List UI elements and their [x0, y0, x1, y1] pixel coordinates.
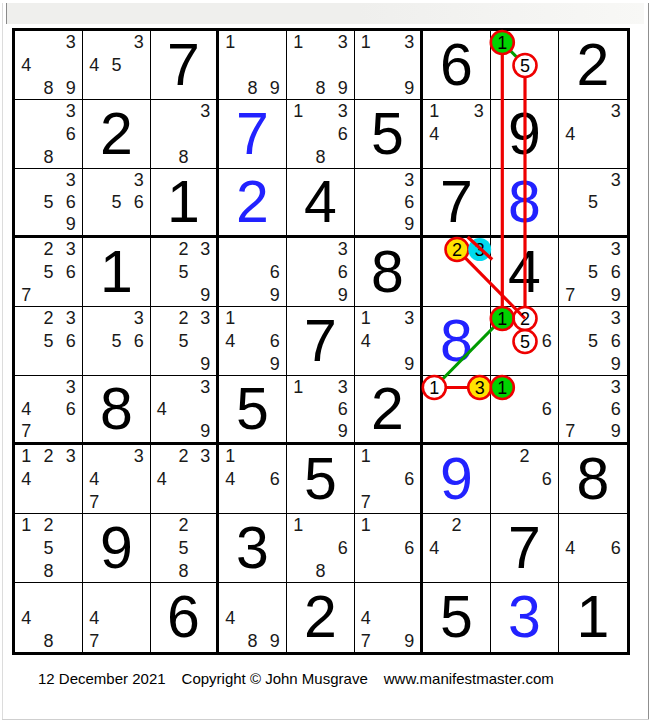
pencilmark: 6 [60, 398, 82, 420]
pencilmark: 8 [37, 559, 59, 582]
cell-r3c3[interactable]: 1 [151, 169, 219, 238]
cell-r1c3[interactable]: 7 [151, 31, 219, 100]
cell-r7c8[interactable]: 26 [491, 445, 559, 514]
pencilmark: 1 [287, 376, 309, 398]
cell-r1c9[interactable]: 2 [559, 31, 627, 100]
pencilmarks: 3679 [559, 376, 627, 442]
pencilmark: 5 [37, 330, 59, 353]
cell-r5c1[interactable]: 2356 [15, 307, 83, 376]
solved-digit: 2 [83, 100, 150, 168]
cell-r7c3[interactable]: 234 [151, 445, 219, 514]
pencilmark: 6 [60, 191, 82, 213]
pencilmark: 5 [105, 330, 127, 353]
pencilmarks: 3569 [15, 169, 82, 235]
pencilmark: 6 [60, 261, 82, 284]
pencilmarks: 489 [219, 583, 286, 652]
cell-r6c1[interactable]: 3467 [15, 376, 83, 445]
pencilmark: 3 [604, 169, 627, 191]
window-edge-left [2, 3, 3, 720]
pencilmark: 9 [60, 76, 82, 99]
pencilmarks: 139 [355, 31, 420, 99]
pencilmark: 3 [332, 376, 354, 398]
cell-r9c9[interactable]: 1 [559, 583, 627, 652]
pencilmark: 6 [604, 398, 627, 420]
pencilmark: 9 [60, 213, 82, 235]
solved-digit: 1 [151, 169, 216, 235]
pencilmark: 3 [398, 169, 420, 191]
pencilmarks: 2356 [15, 307, 82, 375]
cell-r1c4[interactable]: 189 [219, 31, 287, 100]
footer-site: www.manifestmaster.com [384, 670, 554, 687]
pencilmarks: 15 [491, 31, 558, 99]
solved-digit: 2 [287, 583, 354, 652]
pencilmarks: 69 [219, 238, 286, 306]
pencilmark: 2 [445, 514, 467, 537]
pencilmark: 1 [219, 445, 241, 468]
pencilmark: 2 [37, 445, 59, 468]
pencilmark: 7 [559, 420, 582, 442]
cell-r4c5[interactable]: 369 [287, 238, 355, 307]
pencilmarks: 168 [287, 514, 354, 582]
pencilmark: 9 [264, 629, 286, 652]
pencilmark: 9 [194, 283, 216, 306]
pencilmarks: 1234 [15, 445, 82, 513]
cell-r6c6[interactable]: 2 [355, 376, 423, 445]
solved-digit: 8 [491, 169, 558, 235]
cell-r8c6[interactable]: 16 [355, 514, 423, 583]
cell-r5c4[interactable]: 1469 [219, 307, 287, 376]
cell-r4c6[interactable]: 8 [355, 238, 423, 307]
pencilmarks: 35679 [559, 238, 627, 306]
cell-r4c4[interactable]: 69 [219, 238, 287, 307]
pencilmarks: 356 [83, 169, 150, 235]
solved-digit: 2 [219, 169, 286, 235]
pencilmarks: 46 [559, 514, 627, 582]
pencilmark: 3 [194, 445, 216, 468]
cell-r4c2[interactable]: 1 [83, 238, 151, 307]
pencilmark: 9 [604, 352, 627, 375]
pencilmark: 4 [355, 606, 377, 629]
pencilmark: 7 [355, 629, 377, 652]
window-edge-right [648, 3, 649, 720]
pencilmarks: 1368 [287, 100, 354, 168]
solved-digit: 7 [287, 307, 354, 375]
footer: 12 December 2021 Copyright © John Musgra… [38, 670, 554, 687]
cell-r7c6[interactable]: 167 [355, 445, 423, 514]
solved-digit: 7 [491, 514, 558, 582]
pencilmark: 3 [398, 307, 420, 330]
pencilmark: 3 [60, 307, 82, 330]
solved-digit: 4 [491, 238, 558, 306]
cell-r2c1[interactable]: 368 [15, 100, 83, 169]
pencilmark: 6 [128, 330, 150, 353]
cell-r9c6[interactable]: 479 [355, 583, 423, 652]
solved-digit: 1 [83, 238, 150, 306]
pencilmark: 5 [105, 54, 127, 77]
solved-digit: 9 [83, 514, 150, 582]
cell-r3c4[interactable]: 2 [219, 169, 287, 238]
cell-r8c4[interactable]: 3 [219, 514, 287, 583]
solved-digit: 5 [355, 100, 420, 168]
cell-r6c3[interactable]: 349 [151, 376, 219, 445]
pencilmark: 4 [15, 398, 37, 420]
pencilmark: 7 [83, 629, 105, 652]
pencilmarks: 167 [355, 445, 420, 513]
footer-copyright: Copyright © John Musgrave [182, 670, 368, 687]
pencilmark: 8 [173, 145, 195, 168]
cell-r2c7[interactable]: 134 [423, 100, 491, 169]
cell-r2c4[interactable]: 7 [219, 100, 287, 169]
cell-r1c7[interactable]: 6 [423, 31, 491, 100]
cell-r2c3[interactable]: 38 [151, 100, 219, 169]
pencilmark: 3 [128, 169, 150, 191]
cell-r1c8[interactable]: 15 [491, 31, 559, 100]
pencilmark: 5 [582, 330, 605, 353]
pencilmark: 2 [173, 307, 195, 330]
pencilmark: 3 [128, 307, 150, 330]
pencilmark: 4 [559, 537, 582, 560]
cell-r5c6[interactable]: 1349 [355, 307, 423, 376]
solved-digit: 4 [287, 169, 354, 235]
pencilmark: 2 [173, 238, 195, 261]
pencilmark: 9 [194, 420, 216, 442]
pencilmark: 4 [15, 606, 37, 629]
pencilmark: 9 [194, 352, 216, 375]
pencilmark: 3 [468, 100, 490, 123]
cell-r2c9[interactable]: 34 [559, 100, 627, 169]
pencilmark: 1 [355, 307, 377, 330]
pencilmark: 9 [332, 420, 354, 442]
cell-r4c7[interactable]: 23 [423, 238, 491, 307]
solved-digit: 1 [559, 583, 627, 652]
pencilmark: 3 [60, 445, 82, 468]
pencilmarks: 347 [83, 445, 150, 513]
pencilmarks: 146 [219, 445, 286, 513]
pencilmark: 4 [559, 123, 582, 146]
pencilmark: 9 [398, 352, 420, 375]
pencilmark: 3 [604, 238, 627, 261]
pencilmarks: 23567 [15, 238, 82, 306]
cell-r3c1[interactable]: 3569 [15, 169, 83, 238]
pencilmark: 1 [423, 100, 445, 123]
pencilmark: 6 [604, 261, 627, 284]
cell-r8c8[interactable]: 7 [491, 514, 559, 583]
pencilmark: 6 [398, 191, 420, 213]
pencilmark: 1 [287, 31, 309, 54]
pencilmark: 3 [60, 376, 82, 398]
pencilmark: 9 [604, 420, 627, 442]
pencilmark: 6 [604, 330, 627, 353]
cell-r8c1[interactable]: 1258 [15, 514, 83, 583]
solved-digit: 2 [355, 376, 420, 442]
cell-r6c5[interactable]: 1369 [287, 376, 355, 445]
pencilmarks: 2359 [151, 238, 216, 306]
pencilmark: 5 [173, 261, 195, 284]
pencilmarks: 368 [15, 100, 82, 168]
cell-r4c3[interactable]: 2359 [151, 238, 219, 307]
pencilmark: 3 [604, 307, 627, 330]
cell-r9c3[interactable]: 6 [151, 583, 219, 652]
solved-digit: 7 [219, 100, 286, 168]
pencilmark: 5 [582, 261, 605, 284]
cell-r8c2[interactable]: 9 [83, 514, 151, 583]
cell-r6c7[interactable]: 13 [423, 376, 491, 445]
pencilmark: 6 [332, 261, 354, 284]
pencilmarks: 1256 [491, 307, 558, 375]
cell-r8c5[interactable]: 168 [287, 514, 355, 583]
pencilmark: 6 [128, 191, 150, 213]
pencilmark: 6 [536, 330, 558, 353]
pencilmark: 3 [128, 445, 150, 468]
pencilmark: 3 [194, 376, 216, 398]
cell-r5c8[interactable]: 1256 [491, 307, 559, 376]
pencilmark: 6 [60, 330, 82, 353]
cell-r7c2[interactable]: 347 [83, 445, 151, 514]
pencilmark: 6 [332, 398, 354, 420]
pencilmark: 1 [219, 307, 241, 330]
cell-r3c2[interactable]: 356 [83, 169, 151, 238]
pencilmark: 5 [105, 191, 127, 213]
pencilmark: 6 [398, 537, 420, 560]
pencilmarks: 1369 [287, 376, 354, 442]
pencilmarks: 356 [83, 307, 150, 375]
pencilmark: 1 [15, 514, 37, 537]
pencilmark: 3 [60, 31, 82, 54]
pencilmark: 3 [194, 307, 216, 330]
pencilmarks: 3569 [559, 307, 627, 375]
pencilmarks: 345 [83, 31, 150, 99]
cell-r4c9[interactable]: 35679 [559, 238, 627, 307]
pencilmark: 4 [423, 537, 445, 560]
pencilmark: 3 [604, 376, 627, 398]
cell-r9c7[interactable]: 5 [423, 583, 491, 652]
cell-r1c5[interactable]: 1389 [287, 31, 355, 100]
pencilmark: 8 [309, 76, 331, 99]
pencilmark: 4 [83, 468, 105, 491]
cell-r6c4[interactable]: 5 [219, 376, 287, 445]
window-top-bar [6, 3, 644, 24]
solved-digit: 7 [423, 169, 490, 235]
pencilmark: 3 [332, 238, 354, 261]
cell-r1c2[interactable]: 345 [83, 31, 151, 100]
cell-r3c8[interactable]: 8 [491, 169, 559, 238]
pencilmark: 7 [355, 490, 377, 513]
pencilmarks: 1469 [219, 307, 286, 375]
pencilmark: 2 [173, 514, 195, 537]
cell-r2c2[interactable]: 2 [83, 100, 151, 169]
cell-r8c3[interactable]: 258 [151, 514, 219, 583]
solved-digit: 6 [151, 583, 216, 652]
pencilmark: 7 [15, 283, 37, 306]
pencilmarks: 369 [355, 169, 420, 235]
pencilmarks: 3489 [15, 31, 82, 99]
cell-r4c8[interactable]: 4 [491, 238, 559, 307]
pencilmark: 7 [559, 283, 582, 306]
cell-r9c2[interactable]: 47 [83, 583, 151, 652]
cell-r1c6[interactable]: 139 [355, 31, 423, 100]
pencilmark: 6 [332, 123, 354, 146]
cell-r6c2[interactable]: 8 [83, 376, 151, 445]
solved-digit: 8 [559, 445, 627, 513]
pencilmark: 9 [264, 352, 286, 375]
cell-r7c1[interactable]: 1234 [15, 445, 83, 514]
cell-r7c9[interactable]: 8 [559, 445, 627, 514]
pencilmark: 1 [219, 31, 241, 54]
pencilmark: 5 [173, 537, 195, 560]
cell-r9c1[interactable]: 48 [15, 583, 83, 652]
pencilmark: 1 [287, 100, 309, 123]
pencilmark: 3 [60, 169, 82, 191]
pencilmark: 9 [398, 76, 420, 99]
pencilmark: 6 [264, 330, 286, 353]
pencilmarks: 35 [559, 169, 627, 235]
pencilmark: 8 [37, 629, 59, 652]
solved-digit: 8 [355, 238, 420, 306]
solved-digit: 7 [151, 31, 216, 99]
cell-r2c5[interactable]: 1368 [287, 100, 355, 169]
pencilmarks: 34 [559, 100, 627, 168]
pencilmark: 8 [173, 559, 195, 582]
cell-r5c9[interactable]: 3569 [559, 307, 627, 376]
cell-r3c7[interactable]: 7 [423, 169, 491, 238]
cell-r9c5[interactable]: 2 [287, 583, 355, 652]
pencilmarks: 38 [151, 100, 216, 168]
cell-r7c7[interactable]: 9 [423, 445, 491, 514]
pencilmark: 9 [264, 283, 286, 306]
pencilmarks: 13 [423, 376, 490, 442]
pencilmark: 2 [37, 514, 59, 537]
pencilmark: 3 [60, 100, 82, 123]
pencilmark: 6 [60, 123, 82, 146]
pencilmark: 4 [151, 468, 173, 491]
pencilmarks: 16 [355, 514, 420, 582]
solved-digit: 5 [287, 445, 354, 513]
cell-r3c5[interactable]: 4 [287, 169, 355, 238]
pencilmark: 8 [37, 76, 59, 99]
pencilmarks: 48 [15, 583, 82, 652]
pencilmark: 8 [241, 76, 263, 99]
cell-r3c9[interactable]: 35 [559, 169, 627, 238]
solved-digit: 5 [219, 376, 286, 442]
cell-r8c7[interactable]: 24 [423, 514, 491, 583]
pencilmark: 2 [37, 238, 59, 261]
pencilmarks: 47 [83, 583, 150, 652]
pencilmark: 1 [287, 514, 309, 537]
solved-digit: 9 [491, 100, 558, 168]
pencilmark: 8 [309, 145, 331, 168]
cell-r3c6[interactable]: 369 [355, 169, 423, 238]
pencilmark: 3 [332, 100, 354, 123]
solved-digit: 3 [219, 514, 286, 582]
pencilmark: 5 [173, 330, 195, 353]
pencilmark: 5 [582, 191, 605, 213]
pencilmark: 8 [309, 559, 331, 582]
cell-r9c8[interactable]: 3 [491, 583, 559, 652]
pencilmark: 9 [264, 76, 286, 99]
pencilmark: 3 [60, 238, 82, 261]
pencilmarks: 1349 [355, 307, 420, 375]
pencilmark: 3 [604, 100, 627, 123]
pencilmark: 3 [194, 100, 216, 123]
pencilmark: 2 [37, 307, 59, 330]
pencilmark: 4 [151, 398, 173, 420]
pencilmark: 5 [37, 261, 59, 284]
pencilmark: 6 [536, 468, 558, 491]
pencilmarks: 369 [287, 238, 354, 306]
pencilmark: 1 [355, 514, 377, 537]
cell-r2c6[interactable]: 5 [355, 100, 423, 169]
pencilmarks: 134 [423, 100, 490, 168]
pencilmarks: 234 [151, 445, 216, 513]
pencilmark: 8 [241, 629, 263, 652]
sudoku-board: 3489345718913891396152368238713685134934… [12, 28, 630, 655]
cell-r5c3[interactable]: 2359 [151, 307, 219, 376]
pencilmark: 3 [398, 31, 420, 54]
pencilmarks: 349 [151, 376, 216, 442]
pencilmark: 7 [83, 490, 105, 513]
cell-r7c5[interactable]: 5 [287, 445, 355, 514]
pencilmark: 6 [604, 537, 627, 560]
pencilmark: 3 [194, 238, 216, 261]
footer-date: 12 December 2021 [38, 670, 166, 687]
solved-digit: 8 [83, 376, 150, 442]
cell-r7c4[interactable]: 146 [219, 445, 287, 514]
pencilmarks: 2359 [151, 307, 216, 375]
pencilmark: 9 [398, 213, 420, 235]
pencilmarks: 479 [355, 583, 420, 652]
pencilmark: 4 [219, 468, 241, 491]
pencilmark: 6 [264, 261, 286, 284]
solved-digit: 8 [423, 307, 490, 375]
cell-r5c7[interactable]: 8 [423, 307, 491, 376]
pencilmarks: 16 [491, 376, 558, 442]
pencilmark: 6 [264, 468, 286, 491]
pencilmark: 1 [355, 31, 377, 54]
cell-r6c9[interactable]: 3679 [559, 376, 627, 445]
solved-digit: 2 [559, 31, 627, 99]
cell-r6c8[interactable]: 16 [491, 376, 559, 445]
cell-r2c8[interactable]: 9 [491, 100, 559, 169]
pencilmark: 6 [332, 537, 354, 560]
cell-r9c4[interactable]: 489 [219, 583, 287, 652]
pencilmark: 6 [536, 398, 558, 420]
pencilmark: 4 [15, 54, 37, 77]
pencilmark: 4 [83, 606, 105, 629]
pencilmarks: 3467 [15, 376, 82, 442]
cell-r5c5[interactable]: 7 [287, 307, 355, 376]
pencilmark: 4 [423, 123, 445, 146]
pencilmark: 4 [83, 54, 105, 77]
solved-digit: 9 [423, 445, 490, 513]
pencilmarks: 189 [219, 31, 286, 99]
pencilmark: 8 [37, 145, 59, 168]
pencilmark: 9 [332, 283, 354, 306]
cell-r4c1[interactable]: 23567 [15, 238, 83, 307]
pencilmark: 4 [355, 330, 377, 353]
pencilmark: 9 [398, 629, 420, 652]
solved-digit: 5 [423, 583, 490, 652]
pencilmark: 7 [15, 420, 37, 442]
cell-r5c2[interactable]: 356 [83, 307, 151, 376]
cell-r8c9[interactable]: 46 [559, 514, 627, 583]
pencilmark: 1 [355, 445, 377, 468]
pencilmark: 5 [37, 537, 59, 560]
pencilmark: 2 [513, 445, 535, 468]
pencilmarks: 258 [151, 514, 216, 582]
pencilmark: 3 [128, 31, 150, 54]
pencilmark: 4 [15, 468, 37, 491]
cell-r1c1[interactable]: 3489 [15, 31, 83, 100]
